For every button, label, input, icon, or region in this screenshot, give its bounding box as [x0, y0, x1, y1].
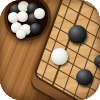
- screenshot: [0, 0, 100, 100]
- go-app-icon[interactable]: [0, 0, 100, 100]
- icon-vignette: [0, 0, 100, 100]
